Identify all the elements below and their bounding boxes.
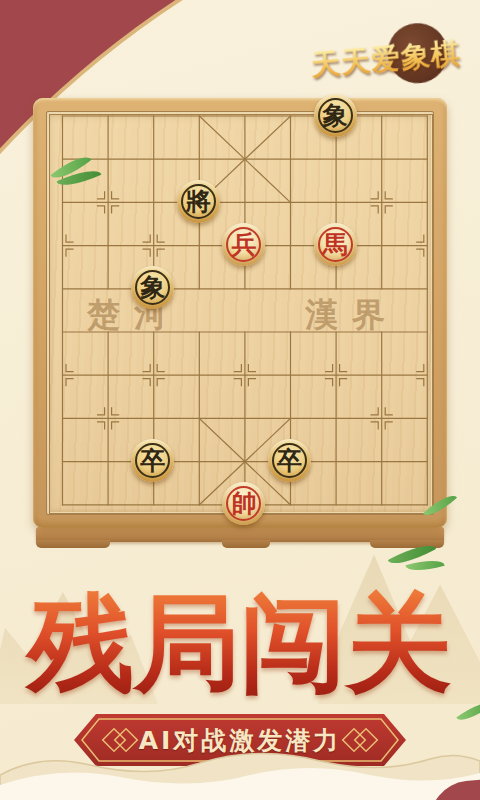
clouds-decoration [0, 735, 480, 800]
piece-glyph: 兵 [231, 232, 256, 257]
app-screen: 天天爱象棋 楚河 漢界 象將兵馬象卒卒帥 残局闯关 [0, 0, 480, 800]
board-surface[interactable]: 楚河 漢界 [46, 111, 434, 515]
piece-glyph: 卒 [140, 448, 165, 473]
piece-glyph: 馬 [323, 232, 348, 257]
piece-red-horse[interactable]: 馬 [314, 223, 357, 266]
promo-title: 残局闯关 [0, 586, 480, 700]
piece-black-soldier[interactable]: 卒 [268, 439, 311, 482]
piece-black-elephant[interactable]: 象 [314, 94, 357, 137]
stand-foot [222, 540, 270, 548]
stand-foot [36, 540, 110, 548]
piece-glyph: 象 [140, 275, 165, 300]
piece-glyph: 象 [323, 103, 348, 128]
piece-red-general[interactable]: 帥 [222, 482, 265, 525]
board-stand [36, 527, 444, 542]
app-logo-text: 天天爱象棋 [295, 32, 478, 88]
river-label-right: 漢界 [305, 293, 399, 338]
piece-glyph: 帥 [231, 491, 256, 516]
piece-glyph: 卒 [277, 448, 302, 473]
xiangqi-board[interactable]: 楚河 漢界 象將兵馬象卒卒帥 [33, 98, 447, 528]
piece-glyph: 將 [186, 189, 211, 214]
piece-black-general[interactable]: 將 [177, 180, 220, 223]
piece-black-soldier[interactable]: 卒 [131, 439, 174, 482]
